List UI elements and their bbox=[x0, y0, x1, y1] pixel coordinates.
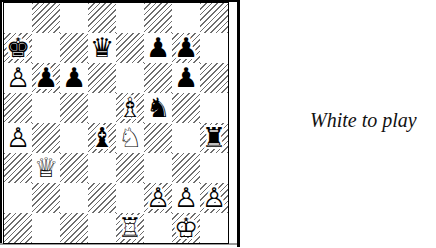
square-d2[interactable] bbox=[88, 183, 116, 213]
black-pawn-g7: ♟ bbox=[172, 33, 200, 63]
square-g8[interactable] bbox=[172, 3, 200, 33]
chess-diagram: ♚♛♟♟♙♟♟♟♗♞♙♝♘♜♕♙♙♙♖♔ bbox=[0, 0, 248, 248]
board-frame-left bbox=[0, 0, 2, 245]
square-d1[interactable] bbox=[88, 213, 116, 243]
white-knight-e4: ♘ bbox=[116, 123, 144, 153]
square-a3[interactable] bbox=[4, 153, 32, 183]
square-e5[interactable]: ♗ bbox=[116, 93, 144, 123]
square-c1[interactable] bbox=[60, 213, 88, 243]
square-c7[interactable] bbox=[60, 33, 88, 63]
square-f3[interactable] bbox=[144, 153, 172, 183]
square-b6[interactable]: ♟ bbox=[32, 63, 60, 93]
white-pawn-a6: ♙ bbox=[4, 63, 32, 93]
square-h5[interactable] bbox=[200, 93, 228, 123]
square-a7[interactable]: ♚ bbox=[4, 33, 32, 63]
square-d8[interactable] bbox=[88, 3, 116, 33]
white-pawn-g2: ♙ bbox=[172, 183, 200, 213]
square-d5[interactable] bbox=[88, 93, 116, 123]
white-pawn-h2: ♙ bbox=[200, 183, 228, 213]
square-g1[interactable]: ♔ bbox=[172, 213, 200, 243]
square-b2[interactable] bbox=[32, 183, 60, 213]
square-b8[interactable] bbox=[32, 3, 60, 33]
black-knight-f5: ♞ bbox=[144, 93, 172, 123]
square-f7[interactable]: ♟ bbox=[144, 33, 172, 63]
square-e2[interactable] bbox=[116, 183, 144, 213]
chess-board: ♚♛♟♟♙♟♟♟♗♞♙♝♘♜♕♙♙♙♖♔ bbox=[3, 2, 229, 244]
square-c4[interactable] bbox=[60, 123, 88, 153]
square-d4[interactable]: ♝ bbox=[88, 123, 116, 153]
square-e3[interactable] bbox=[116, 153, 144, 183]
square-c2[interactable] bbox=[60, 183, 88, 213]
square-f6[interactable] bbox=[144, 63, 172, 93]
square-e6[interactable] bbox=[116, 63, 144, 93]
square-h4[interactable]: ♜ bbox=[200, 123, 228, 153]
square-b3[interactable]: ♕ bbox=[32, 153, 60, 183]
square-h6[interactable] bbox=[200, 63, 228, 93]
black-bishop-d4: ♝ bbox=[88, 123, 116, 153]
square-g6[interactable]: ♟ bbox=[172, 63, 200, 93]
square-f8[interactable] bbox=[144, 3, 172, 33]
square-e4[interactable]: ♘ bbox=[116, 123, 144, 153]
square-h1[interactable] bbox=[200, 213, 228, 243]
black-pawn-b6: ♟ bbox=[32, 63, 60, 93]
black-pawn-f7: ♟ bbox=[144, 33, 172, 63]
square-e1[interactable]: ♖ bbox=[116, 213, 144, 243]
square-a6[interactable]: ♙ bbox=[4, 63, 32, 93]
square-b7[interactable] bbox=[32, 33, 60, 63]
square-d3[interactable] bbox=[88, 153, 116, 183]
square-b4[interactable] bbox=[32, 123, 60, 153]
square-g3[interactable] bbox=[172, 153, 200, 183]
black-pawn-g6: ♟ bbox=[172, 63, 200, 93]
square-c6[interactable]: ♟ bbox=[60, 63, 88, 93]
page: ♚♛♟♟♙♟♟♟♗♞♙♝♘♜♕♙♙♙♖♔ White to play bbox=[0, 0, 436, 248]
black-king-a7: ♚ bbox=[4, 33, 32, 63]
square-d7[interactable]: ♛ bbox=[88, 33, 116, 63]
square-a4[interactable]: ♙ bbox=[4, 123, 32, 153]
square-h8[interactable] bbox=[200, 3, 228, 33]
square-f1[interactable] bbox=[144, 213, 172, 243]
square-c3[interactable] bbox=[60, 153, 88, 183]
white-pawn-a4: ♙ bbox=[4, 123, 32, 153]
square-c5[interactable] bbox=[60, 93, 88, 123]
black-queen-d7: ♛ bbox=[88, 33, 116, 63]
square-a2[interactable] bbox=[4, 183, 32, 213]
square-a5[interactable] bbox=[4, 93, 32, 123]
square-g2[interactable]: ♙ bbox=[172, 183, 200, 213]
square-g7[interactable]: ♟ bbox=[172, 33, 200, 63]
square-e8[interactable] bbox=[116, 3, 144, 33]
white-pawn-f2: ♙ bbox=[144, 183, 172, 213]
square-a1[interactable] bbox=[4, 213, 32, 243]
square-f5[interactable]: ♞ bbox=[144, 93, 172, 123]
square-g5[interactable] bbox=[172, 93, 200, 123]
square-d6[interactable] bbox=[88, 63, 116, 93]
square-f4[interactable] bbox=[144, 123, 172, 153]
board-frame-right bbox=[237, 0, 240, 247]
square-f2[interactable]: ♙ bbox=[144, 183, 172, 213]
square-h3[interactable] bbox=[200, 153, 228, 183]
square-c8[interactable] bbox=[60, 3, 88, 33]
black-pawn-c6: ♟ bbox=[60, 63, 88, 93]
white-king-g1: ♔ bbox=[172, 213, 200, 243]
black-rook-h4: ♜ bbox=[200, 123, 228, 153]
square-g4[interactable] bbox=[172, 123, 200, 153]
square-h2[interactable]: ♙ bbox=[200, 183, 228, 213]
square-h7[interactable] bbox=[200, 33, 228, 63]
square-b1[interactable] bbox=[32, 213, 60, 243]
white-rook-e1: ♖ bbox=[116, 213, 144, 243]
side-to-move-caption: White to play bbox=[310, 109, 417, 132]
white-queen-b3: ♕ bbox=[32, 153, 60, 183]
square-a8[interactable] bbox=[4, 3, 32, 33]
white-bishop-e5: ♗ bbox=[116, 93, 144, 123]
square-e7[interactable] bbox=[116, 33, 144, 63]
square-b5[interactable] bbox=[32, 93, 60, 123]
